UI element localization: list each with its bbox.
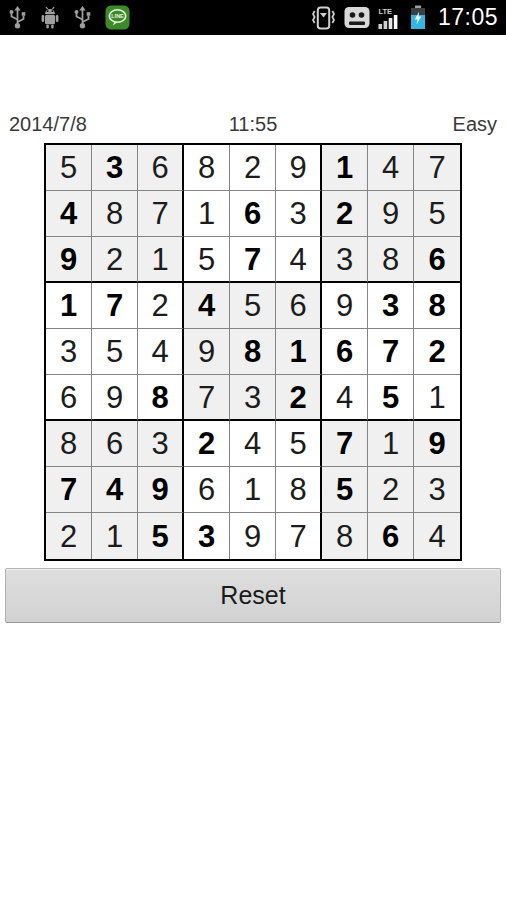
sudoku-cell-r8c5[interactable]: 1 <box>230 467 276 513</box>
sudoku-cell-r3c6[interactable]: 4 <box>276 237 322 283</box>
lte-signal-icon: LTE <box>378 6 402 30</box>
sudoku-cell-r7c2[interactable]: 6 <box>92 421 138 467</box>
sudoku-cell-r3c8[interactable]: 8 <box>368 237 414 283</box>
sudoku-cell-r4c3[interactable]: 2 <box>138 283 184 329</box>
usb-icon <box>8 6 27 29</box>
sudoku-cell-r2c8[interactable]: 9 <box>368 191 414 237</box>
sudoku-cell-r5c1[interactable]: 3 <box>46 329 92 375</box>
sudoku-cell-r2c6[interactable]: 3 <box>276 191 322 237</box>
sudoku-cell-r9c9[interactable]: 4 <box>414 513 460 559</box>
sudoku-cell-r5c7[interactable]: 6 <box>322 329 368 375</box>
sudoku-cell-r9c6[interactable]: 7 <box>276 513 322 559</box>
sudoku-cell-r6c3[interactable]: 8 <box>138 375 184 421</box>
sudoku-cell-r3c1[interactable]: 9 <box>46 237 92 283</box>
sudoku-cell-r2c5[interactable]: 6 <box>230 191 276 237</box>
sudoku-cell-r8c9[interactable]: 3 <box>414 467 460 513</box>
svg-text:LINE: LINE <box>111 13 124 19</box>
sudoku-cell-r1c3[interactable]: 6 <box>138 145 184 191</box>
sudoku-cell-r4c4[interactable]: 4 <box>184 283 230 329</box>
sudoku-cell-r3c4[interactable]: 5 <box>184 237 230 283</box>
sudoku-cell-r1c1[interactable]: 5 <box>46 145 92 191</box>
sudoku-cell-r4c2[interactable]: 7 <box>92 283 138 329</box>
vibrate-icon <box>311 6 336 30</box>
sudoku-cell-r3c2[interactable]: 2 <box>92 237 138 283</box>
difficulty-label: Easy <box>334 113 497 136</box>
sudoku-cell-r4c5[interactable]: 5 <box>230 283 276 329</box>
sudoku-cell-r3c9[interactable]: 6 <box>414 237 460 283</box>
sudoku-cell-r4c8[interactable]: 3 <box>368 283 414 329</box>
sudoku-cell-r7c1[interactable]: 8 <box>46 421 92 467</box>
app-screen: LINE <box>0 0 506 900</box>
sudoku-cell-r6c6[interactable]: 2 <box>276 375 322 421</box>
sudoku-cell-r1c8[interactable]: 4 <box>368 145 414 191</box>
sudoku-cell-r6c2[interactable]: 9 <box>92 375 138 421</box>
sudoku-cell-r9c4[interactable]: 3 <box>184 513 230 559</box>
sudoku-cell-r4c1[interactable]: 1 <box>46 283 92 329</box>
status-clock: 17:05 <box>438 4 498 31</box>
sudoku-cell-r6c4[interactable]: 7 <box>184 375 230 421</box>
sudoku-cell-r9c1[interactable]: 2 <box>46 513 92 559</box>
sudoku-cell-r9c3[interactable]: 5 <box>138 513 184 559</box>
sudoku-cell-r8c4[interactable]: 6 <box>184 467 230 513</box>
sudoku-cell-r7c4[interactable]: 2 <box>184 421 230 467</box>
sudoku-cell-r9c5[interactable]: 9 <box>230 513 276 559</box>
sudoku-cell-r8c6[interactable]: 8 <box>276 467 322 513</box>
sudoku-cell-r6c1[interactable]: 6 <box>46 375 92 421</box>
status-right-icons: LTE 17:05 <box>311 4 498 31</box>
sudoku-cell-r8c3[interactable]: 9 <box>138 467 184 513</box>
sudoku-cell-r5c6[interactable]: 1 <box>276 329 322 375</box>
sudoku-cell-r1c2[interactable]: 3 <box>92 145 138 191</box>
sudoku-cell-r1c7[interactable]: 1 <box>322 145 368 191</box>
reset-button[interactable]: Reset <box>5 568 501 623</box>
sudoku-cell-r7c9[interactable]: 9 <box>414 421 460 467</box>
sudoku-cell-r6c7[interactable]: 4 <box>322 375 368 421</box>
sudoku-cell-r6c9[interactable]: 1 <box>414 375 460 421</box>
sudoku-cell-r8c1[interactable]: 7 <box>46 467 92 513</box>
game-date: 2014/7/8 <box>9 113 172 136</box>
emoticon-app-icon <box>344 6 370 29</box>
battery-charging-icon <box>410 5 426 30</box>
sudoku-grid: 5368291474871632959215743861724569383549… <box>44 143 462 561</box>
sudoku-cell-r8c2[interactable]: 4 <box>92 467 138 513</box>
sudoku-cell-r9c2[interactable]: 1 <box>92 513 138 559</box>
sudoku-cell-r7c3[interactable]: 3 <box>138 421 184 467</box>
status-bar: LINE <box>0 0 506 35</box>
sudoku-cell-r8c7[interactable]: 5 <box>322 467 368 513</box>
sudoku-cell-r2c7[interactable]: 2 <box>322 191 368 237</box>
sudoku-cell-r1c5[interactable]: 2 <box>230 145 276 191</box>
sudoku-cell-r2c9[interactable]: 5 <box>414 191 460 237</box>
sudoku-cell-r6c5[interactable]: 3 <box>230 375 276 421</box>
sudoku-cell-r6c8[interactable]: 5 <box>368 375 414 421</box>
sudoku-cell-r4c7[interactable]: 9 <box>322 283 368 329</box>
sudoku-cell-r2c1[interactable]: 4 <box>46 191 92 237</box>
sudoku-cell-r2c3[interactable]: 7 <box>138 191 184 237</box>
sudoku-cell-r3c3[interactable]: 1 <box>138 237 184 283</box>
line-app-icon: LINE <box>105 5 130 30</box>
sudoku-cell-r1c4[interactable]: 8 <box>184 145 230 191</box>
sudoku-cell-r7c7[interactable]: 7 <box>322 421 368 467</box>
status-left-icons: LINE <box>8 5 130 30</box>
sudoku-cell-r5c8[interactable]: 7 <box>368 329 414 375</box>
android-debug-icon <box>40 6 60 29</box>
sudoku-cell-r8c8[interactable]: 2 <box>368 467 414 513</box>
sudoku-cell-r7c5[interactable]: 4 <box>230 421 276 467</box>
sudoku-cell-r2c4[interactable]: 1 <box>184 191 230 237</box>
sudoku-cell-r4c9[interactable]: 8 <box>414 283 460 329</box>
sudoku-cell-r5c9[interactable]: 2 <box>414 329 460 375</box>
sudoku-cell-r1c9[interactable]: 7 <box>414 145 460 191</box>
sudoku-cell-r5c3[interactable]: 4 <box>138 329 184 375</box>
lte-label: LTE <box>378 7 392 16</box>
info-bar: 2014/7/8 11:55 Easy <box>0 113 506 136</box>
sudoku-cell-r2c2[interactable]: 8 <box>92 191 138 237</box>
usb-icon <box>73 6 92 29</box>
sudoku-cell-r5c5[interactable]: 8 <box>230 329 276 375</box>
sudoku-cell-r5c2[interactable]: 5 <box>92 329 138 375</box>
sudoku-cell-r9c8[interactable]: 6 <box>368 513 414 559</box>
elapsed-time: 11:55 <box>172 113 335 136</box>
sudoku-cell-r9c7[interactable]: 8 <box>322 513 368 559</box>
sudoku-cell-r7c6[interactable]: 5 <box>276 421 322 467</box>
sudoku-cell-r7c8[interactable]: 1 <box>368 421 414 467</box>
sudoku-cell-r1c6[interactable]: 9 <box>276 145 322 191</box>
sudoku-cell-r3c7[interactable]: 3 <box>322 237 368 283</box>
sudoku-cell-r3c5[interactable]: 7 <box>230 237 276 283</box>
sudoku-cell-r5c4[interactable]: 9 <box>184 329 230 375</box>
sudoku-cell-r4c6[interactable]: 6 <box>276 283 322 329</box>
